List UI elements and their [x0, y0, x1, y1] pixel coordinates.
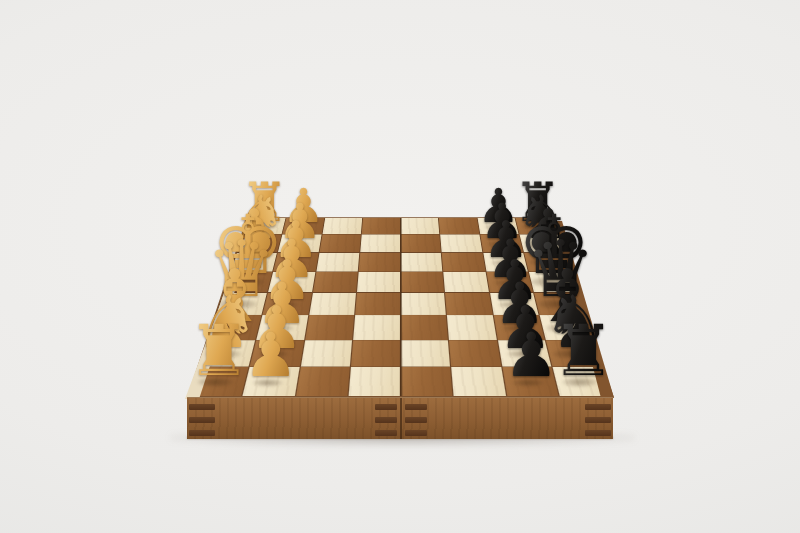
square-a5[interactable] [401, 367, 453, 396]
square-e4[interactable] [357, 272, 400, 292]
square-g6[interactable] [440, 235, 481, 253]
finger-joint [375, 417, 397, 423]
square-f4[interactable] [358, 253, 400, 272]
square-e6[interactable] [444, 272, 489, 292]
square-a3[interactable] [296, 367, 350, 396]
black-rook-a8[interactable]: ♜ [552, 316, 615, 386]
square-g5[interactable] [401, 235, 441, 253]
square-c3[interactable] [305, 315, 354, 339]
square-b5[interactable] [401, 340, 450, 366]
white-rook-a1[interactable]: ♜ [187, 316, 250, 386]
finger-joint [585, 417, 611, 423]
square-d5[interactable] [401, 293, 446, 315]
box-fold-seam [400, 398, 402, 439]
square-e5[interactable] [401, 272, 444, 292]
square-g4[interactable] [360, 235, 400, 253]
square-f6[interactable] [442, 253, 485, 272]
finger-joint [375, 430, 397, 436]
square-e3[interactable] [313, 272, 358, 292]
square-f5[interactable] [401, 253, 443, 272]
finger-joint [405, 430, 427, 436]
finger-joint [585, 404, 611, 410]
white-pawn-a2[interactable]: ♟ [244, 325, 299, 386]
square-a4[interactable] [348, 367, 400, 396]
box-front-face [187, 397, 613, 439]
black-pawn-a7[interactable]: ♟ [504, 325, 559, 386]
square-d3[interactable] [309, 293, 356, 315]
square-b4[interactable] [351, 340, 400, 366]
square-c6[interactable] [447, 315, 496, 339]
finger-joint [585, 430, 611, 436]
square-g3[interactable] [319, 235, 360, 253]
square-h6[interactable] [439, 218, 479, 234]
finger-joint [189, 430, 215, 436]
square-h3[interactable] [322, 218, 362, 234]
finger-joint [405, 404, 427, 410]
board-fold-seam [399, 218, 401, 396]
square-f3[interactable] [316, 253, 359, 272]
scene: ♜♟♜♟♞♟♞♟♝♟♝♟♚♟♚♟♛♟♛♟♝♟♝♟♞♟♞♟♜♟♜♟ [0, 0, 800, 533]
square-d6[interactable] [445, 293, 492, 315]
square-a6[interactable] [451, 367, 505, 396]
finger-joint [189, 404, 215, 410]
finger-joint [189, 417, 215, 423]
square-b6[interactable] [449, 340, 500, 366]
finger-joint [405, 417, 427, 423]
square-c4[interactable] [353, 315, 400, 339]
square-d4[interactable] [355, 293, 400, 315]
square-c5[interactable] [401, 315, 448, 339]
finger-joint [375, 404, 397, 410]
square-h4[interactable] [362, 218, 401, 234]
square-b3[interactable] [300, 340, 351, 366]
square-h5[interactable] [401, 218, 440, 234]
